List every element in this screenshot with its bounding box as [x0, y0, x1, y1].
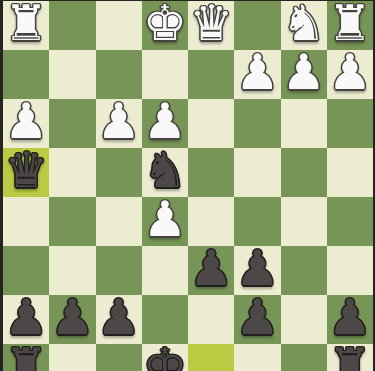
piece-white-pawn[interactable]: ♟ — [282, 48, 326, 97]
square-f6[interactable] — [96, 246, 142, 295]
square-b3[interactable] — [281, 99, 327, 148]
piece-black-knight[interactable]: ♞ — [143, 146, 187, 195]
piece-white-pawn[interactable]: ♟ — [143, 97, 187, 146]
square-e8[interactable]: ♚ — [142, 344, 188, 371]
square-c7[interactable]: ♟ — [234, 295, 280, 344]
piece-black-king[interactable]: ♚ — [143, 342, 187, 371]
square-b1[interactable]: ♞ — [281, 1, 327, 50]
square-g5[interactable] — [49, 197, 95, 246]
piece-white-pawn[interactable]: ♟ — [235, 48, 279, 97]
square-b5[interactable] — [281, 197, 327, 246]
square-c5[interactable] — [234, 197, 280, 246]
square-h5[interactable] — [3, 197, 49, 246]
square-c1[interactable] — [234, 1, 280, 50]
piece-black-queen[interactable]: ♛ — [4, 146, 48, 195]
square-h8[interactable]: ♜ — [3, 344, 49, 371]
piece-black-rook[interactable]: ♜ — [4, 342, 48, 371]
square-d5[interactable] — [188, 197, 234, 246]
square-e5[interactable]: ♟ — [142, 197, 188, 246]
square-e7[interactable] — [142, 295, 188, 344]
square-d2[interactable] — [188, 50, 234, 99]
piece-white-queen[interactable]: ♛ — [189, 0, 233, 48]
square-h1[interactable]: ♜ — [3, 1, 49, 50]
chess-board: ♜♚♛♞♜♟♟♟♟♟♟♛♞♟♟♟♟♟♟♟♟♜♚♜ — [3, 1, 373, 368]
piece-white-pawn[interactable]: ♟ — [4, 97, 48, 146]
square-a3[interactable] — [327, 99, 373, 148]
square-f2[interactable] — [96, 50, 142, 99]
square-a4[interactable] — [327, 148, 373, 197]
square-a7[interactable]: ♟ — [327, 295, 373, 344]
piece-black-pawn[interactable]: ♟ — [235, 244, 279, 293]
piece-black-pawn[interactable]: ♟ — [328, 293, 372, 342]
square-a1[interactable]: ♜ — [327, 1, 373, 50]
square-f8[interactable] — [96, 344, 142, 371]
square-d6[interactable]: ♟ — [188, 246, 234, 295]
square-h7[interactable]: ♟ — [3, 295, 49, 344]
square-e2[interactable] — [142, 50, 188, 99]
square-g1[interactable] — [49, 1, 95, 50]
square-f5[interactable] — [96, 197, 142, 246]
piece-white-rook[interactable]: ♜ — [4, 0, 48, 48]
square-g2[interactable] — [49, 50, 95, 99]
square-b2[interactable]: ♟ — [281, 50, 327, 99]
square-f1[interactable] — [96, 1, 142, 50]
square-a2[interactable]: ♟ — [327, 50, 373, 99]
square-g8[interactable] — [49, 344, 95, 371]
square-e4[interactable]: ♞ — [142, 148, 188, 197]
square-g6[interactable] — [49, 246, 95, 295]
square-a5[interactable] — [327, 197, 373, 246]
square-f4[interactable] — [96, 148, 142, 197]
square-d3[interactable] — [188, 99, 234, 148]
square-h3[interactable]: ♟ — [3, 99, 49, 148]
piece-black-rook[interactable]: ♜ — [328, 342, 372, 371]
square-e1[interactable]: ♚ — [142, 1, 188, 50]
piece-black-pawn[interactable]: ♟ — [235, 293, 279, 342]
square-h2[interactable] — [3, 50, 49, 99]
square-g4[interactable] — [49, 148, 95, 197]
square-h4[interactable]: ♛ — [3, 148, 49, 197]
square-e3[interactable]: ♟ — [142, 99, 188, 148]
square-a6[interactable] — [327, 246, 373, 295]
square-d1[interactable]: ♛ — [188, 1, 234, 50]
square-g7[interactable]: ♟ — [49, 295, 95, 344]
square-c6[interactable]: ♟ — [234, 246, 280, 295]
square-f7[interactable]: ♟ — [96, 295, 142, 344]
piece-black-pawn[interactable]: ♟ — [50, 293, 94, 342]
piece-white-knight[interactable]: ♞ — [282, 0, 326, 48]
piece-white-rook[interactable]: ♜ — [328, 0, 372, 48]
piece-black-pawn[interactable]: ♟ — [189, 244, 233, 293]
square-d7[interactable] — [188, 295, 234, 344]
piece-white-pawn[interactable]: ♟ — [143, 195, 187, 244]
square-b4[interactable] — [281, 148, 327, 197]
square-c3[interactable] — [234, 99, 280, 148]
square-h6[interactable] — [3, 246, 49, 295]
square-e6[interactable] — [142, 246, 188, 295]
square-d8[interactable] — [188, 344, 234, 371]
square-b6[interactable] — [281, 246, 327, 295]
square-b7[interactable] — [281, 295, 327, 344]
piece-black-pawn[interactable]: ♟ — [4, 293, 48, 342]
square-a8[interactable]: ♜ — [327, 344, 373, 371]
square-c4[interactable] — [234, 148, 280, 197]
piece-white-pawn[interactable]: ♟ — [328, 48, 372, 97]
piece-black-pawn[interactable]: ♟ — [97, 293, 141, 342]
square-g3[interactable] — [49, 99, 95, 148]
piece-white-king[interactable]: ♚ — [143, 0, 187, 48]
square-b8[interactable] — [281, 344, 327, 371]
piece-white-pawn[interactable]: ♟ — [97, 97, 141, 146]
square-c2[interactable]: ♟ — [234, 50, 280, 99]
square-f3[interactable]: ♟ — [96, 99, 142, 148]
square-c8[interactable] — [234, 344, 280, 371]
square-d4[interactable] — [188, 148, 234, 197]
